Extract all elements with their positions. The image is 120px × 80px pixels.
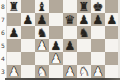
white-pawn[interactable]: ♟: [65, 65, 76, 77]
square-c4[interactable]: [35, 52, 49, 65]
square-a3[interactable]: ♟: [7, 65, 21, 78]
square-g3[interactable]: ♟: [91, 65, 105, 78]
black-knight[interactable]: ♞: [79, 26, 90, 38]
cropped-rank2-edge: [5, 78, 120, 80]
square-g6[interactable]: [91, 26, 105, 39]
black-bishop[interactable]: ♝: [37, 0, 48, 12]
square-h7[interactable]: ♟: [105, 13, 119, 26]
square-f7[interactable]: ♟: [77, 13, 91, 26]
square-f3[interactable]: ♞: [77, 65, 91, 78]
square-e7[interactable]: ♛: [63, 13, 77, 26]
square-g7[interactable]: ♟: [91, 13, 105, 26]
black-rook[interactable]: ♜: [79, 0, 90, 12]
black-knight[interactable]: ♞: [37, 26, 48, 38]
square-a7[interactable]: [7, 13, 21, 26]
square-d7[interactable]: [49, 13, 63, 26]
white-pawn[interactable]: ♟: [37, 39, 48, 51]
black-pawn[interactable]: ♟: [93, 13, 104, 25]
white-pawn[interactable]: ♟: [51, 52, 62, 64]
black-pawn[interactable]: ♟: [23, 13, 34, 25]
square-e5[interactable]: ♟: [63, 39, 77, 52]
square-a4[interactable]: [7, 52, 21, 65]
square-d3[interactable]: [49, 65, 63, 78]
square-b6[interactable]: [21, 26, 35, 39]
square-b7[interactable]: ♟: [21, 13, 35, 26]
square-c7[interactable]: ♟: [35, 13, 49, 26]
white-knight[interactable]: ♞: [79, 65, 90, 77]
square-c8[interactable]: ♝: [35, 0, 49, 13]
square-g8[interactable]: ♚: [91, 0, 105, 13]
black-pawn[interactable]: ♟: [51, 39, 62, 51]
square-a5[interactable]: [7, 39, 21, 52]
square-c6[interactable]: ♞: [35, 26, 49, 39]
square-e6[interactable]: [63, 26, 77, 39]
white-pawn[interactable]: ♟: [93, 65, 104, 77]
square-f6[interactable]: ♞: [77, 26, 91, 39]
square-a8[interactable]: ♜: [7, 0, 21, 13]
square-h5[interactable]: [105, 39, 119, 52]
square-d5[interactable]: ♟: [49, 39, 63, 52]
black-pawn[interactable]: ♟: [79, 13, 90, 25]
square-f5[interactable]: [77, 39, 91, 52]
square-h3[interactable]: [105, 65, 119, 78]
square-a6[interactable]: ♟: [7, 26, 21, 39]
square-b8[interactable]: [21, 0, 35, 13]
square-d8[interactable]: [49, 0, 63, 13]
square-b3[interactable]: [21, 65, 35, 78]
black-queen[interactable]: ♛: [65, 13, 76, 25]
square-h6[interactable]: [105, 26, 119, 39]
square-b5[interactable]: [21, 39, 35, 52]
square-e4[interactable]: [63, 52, 77, 65]
square-f4[interactable]: [77, 52, 91, 65]
black-pawn[interactable]: ♟: [37, 13, 48, 25]
black-pawn[interactable]: ♟: [107, 13, 118, 25]
square-b4[interactable]: [21, 52, 35, 65]
square-g5[interactable]: [91, 39, 105, 52]
black-rook[interactable]: ♜: [9, 0, 20, 12]
black-pawn[interactable]: ♟: [9, 26, 20, 38]
black-pawn[interactable]: ♟: [65, 39, 76, 51]
square-f8[interactable]: ♜: [77, 0, 91, 13]
white-pawn[interactable]: ♟: [9, 65, 20, 77]
white-knight[interactable]: ♞: [37, 65, 48, 77]
square-g4[interactable]: [91, 52, 105, 65]
square-c3[interactable]: ♞: [35, 65, 49, 78]
square-c5[interactable]: ♟: [35, 39, 49, 52]
square-h4[interactable]: [105, 52, 119, 65]
square-d6[interactable]: [49, 26, 63, 39]
board-right-edge: [118, 0, 120, 78]
square-d4[interactable]: ♟: [49, 52, 63, 65]
black-king[interactable]: ♚: [93, 0, 104, 12]
chess-diagram-screenshot: 8 7 6 5 4 3 ♜♝♜♚♟♟♛♟♟♟♟♞♞♟♟♟♟♟♞♟♞♟: [0, 0, 120, 80]
square-h8[interactable]: [105, 0, 119, 13]
chess-board: ♜♝♜♚♟♟♛♟♟♟♟♞♞♟♟♟♟♟♞♟♞♟: [6, 0, 118, 78]
square-e3[interactable]: ♟: [63, 65, 77, 78]
square-e8[interactable]: [63, 0, 77, 13]
